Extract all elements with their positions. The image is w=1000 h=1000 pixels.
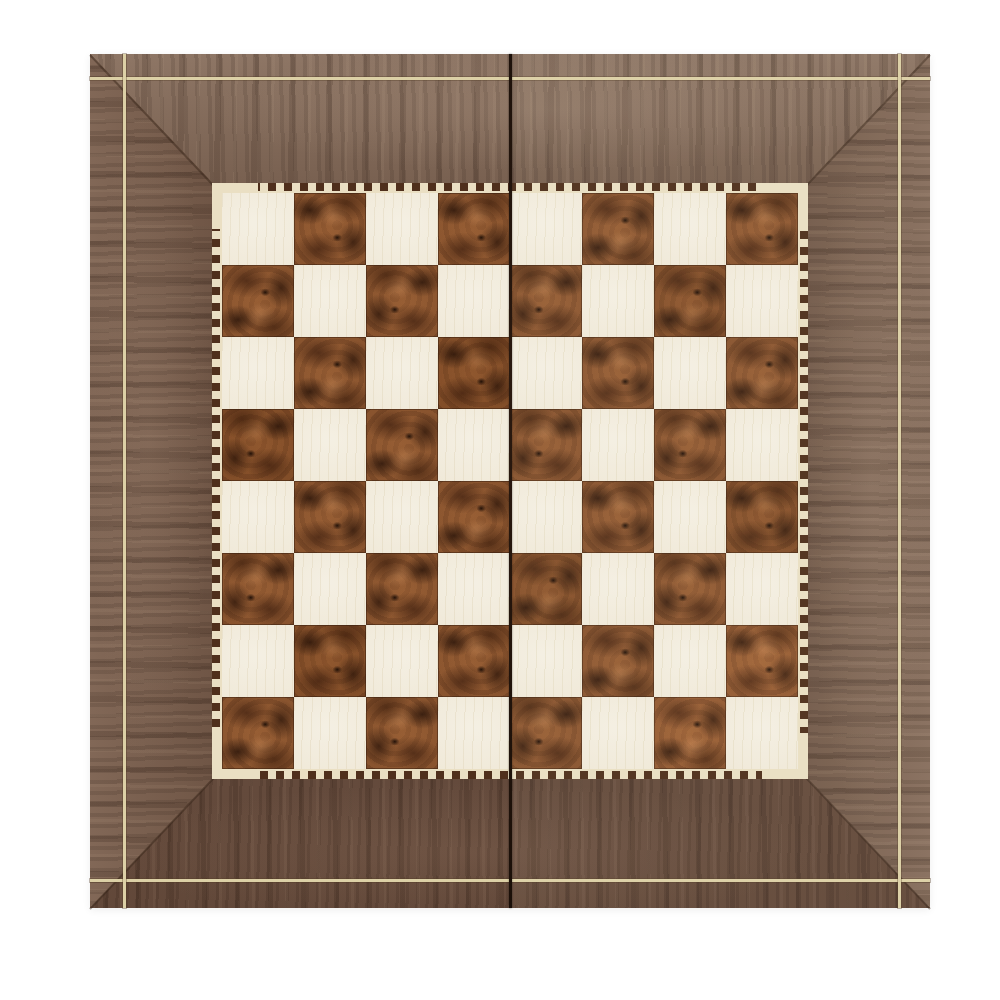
- square-c1[interactable]: [366, 697, 438, 769]
- square-g2[interactable]: [654, 625, 726, 697]
- square-f2[interactable]: [582, 625, 654, 697]
- dentil-teeth-right: [800, 183, 808, 779]
- fold-seam: [509, 54, 512, 908]
- square-d5[interactable]: [438, 409, 510, 481]
- dentil-corner-top-right-v: [800, 183, 808, 229]
- square-h2[interactable]: [726, 625, 798, 697]
- square-f8[interactable]: [582, 193, 654, 265]
- square-a6[interactable]: [222, 337, 294, 409]
- square-b3[interactable]: [294, 553, 366, 625]
- square-g7[interactable]: [654, 265, 726, 337]
- dentil-corner-top-left-v: [212, 183, 220, 229]
- inlay-line-right: [898, 54, 901, 908]
- square-g1[interactable]: [654, 697, 726, 769]
- square-b1[interactable]: [294, 697, 366, 769]
- dentil-corner-bottom-left-v: [212, 733, 220, 779]
- square-h5[interactable]: [726, 409, 798, 481]
- square-d1[interactable]: [438, 697, 510, 769]
- square-e6[interactable]: [510, 337, 582, 409]
- square-a4[interactable]: [222, 481, 294, 553]
- square-e8[interactable]: [510, 193, 582, 265]
- square-b4[interactable]: [294, 481, 366, 553]
- frame-left: [90, 54, 222, 908]
- square-a8[interactable]: [222, 193, 294, 265]
- square-g8[interactable]: [654, 193, 726, 265]
- square-g4[interactable]: [654, 481, 726, 553]
- square-f3[interactable]: [582, 553, 654, 625]
- square-e5[interactable]: [510, 409, 582, 481]
- square-c5[interactable]: [366, 409, 438, 481]
- square-d3[interactable]: [438, 553, 510, 625]
- square-h7[interactable]: [726, 265, 798, 337]
- square-b7[interactable]: [294, 265, 366, 337]
- chessboard: [90, 54, 930, 908]
- square-a1[interactable]: [222, 697, 294, 769]
- square-h1[interactable]: [726, 697, 798, 769]
- square-c2[interactable]: [366, 625, 438, 697]
- square-a5[interactable]: [222, 409, 294, 481]
- square-e1[interactable]: [510, 697, 582, 769]
- square-f4[interactable]: [582, 481, 654, 553]
- square-c7[interactable]: [366, 265, 438, 337]
- inlay-line-left: [123, 54, 126, 908]
- square-d7[interactable]: [438, 265, 510, 337]
- square-c8[interactable]: [366, 193, 438, 265]
- square-c6[interactable]: [366, 337, 438, 409]
- square-g6[interactable]: [654, 337, 726, 409]
- square-c3[interactable]: [366, 553, 438, 625]
- square-a7[interactable]: [222, 265, 294, 337]
- square-f7[interactable]: [582, 265, 654, 337]
- square-b5[interactable]: [294, 409, 366, 481]
- square-e2[interactable]: [510, 625, 582, 697]
- square-e7[interactable]: [510, 265, 582, 337]
- square-c4[interactable]: [366, 481, 438, 553]
- square-h8[interactable]: [726, 193, 798, 265]
- square-a3[interactable]: [222, 553, 294, 625]
- square-b2[interactable]: [294, 625, 366, 697]
- square-b6[interactable]: [294, 337, 366, 409]
- square-e4[interactable]: [510, 481, 582, 553]
- square-a2[interactable]: [222, 625, 294, 697]
- square-f5[interactable]: [582, 409, 654, 481]
- square-e3[interactable]: [510, 553, 582, 625]
- square-g5[interactable]: [654, 409, 726, 481]
- square-d4[interactable]: [438, 481, 510, 553]
- square-d6[interactable]: [438, 337, 510, 409]
- square-d8[interactable]: [438, 193, 510, 265]
- square-b8[interactable]: [294, 193, 366, 265]
- square-f6[interactable]: [582, 337, 654, 409]
- square-d2[interactable]: [438, 625, 510, 697]
- photo-background: [0, 0, 1000, 1000]
- dentil-teeth-left: [212, 183, 220, 779]
- square-h6[interactable]: [726, 337, 798, 409]
- square-h4[interactable]: [726, 481, 798, 553]
- square-h3[interactable]: [726, 553, 798, 625]
- frame-right: [798, 54, 930, 908]
- square-g3[interactable]: [654, 553, 726, 625]
- dentil-corner-bottom-right-v: [800, 733, 808, 779]
- square-f1[interactable]: [582, 697, 654, 769]
